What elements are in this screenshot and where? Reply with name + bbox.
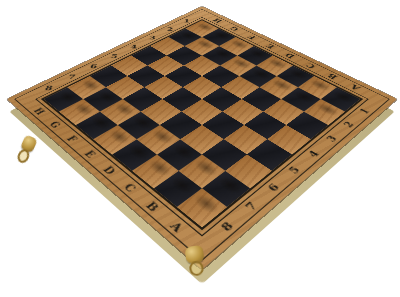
board-grid: ♜♞♝♛♚♝♞♜♟♟♟♟♟♟♟♟♟♟♟♟♟♟♟♟♜♞♝♛♚♝♞♜ (44, 20, 361, 227)
chess-board: ♜♞♝♛♚♝♞♜♟♟♟♟♟♟♟♟♟♟♟♟♟♟♟♟♜♞♝♛♚♝♞♜ ABCDEFG… (7, 6, 397, 269)
brass-clasp-left (17, 134, 38, 159)
piece-glyph: ♜ (183, 164, 222, 207)
brass-clasp-bottom (184, 245, 205, 271)
square-a8[interactable]: ♜ (177, 188, 227, 227)
piece-glyph: ♟ (311, 82, 338, 112)
